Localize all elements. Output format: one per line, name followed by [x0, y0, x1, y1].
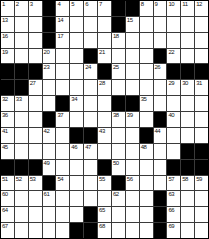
cell-r8c1[interactable]: 36 [1, 112, 14, 127]
black-cell-r2c4 [43, 17, 56, 32]
clue-number-30: 30 [182, 80, 188, 87]
cell-r15c3[interactable] [29, 223, 42, 238]
clue-number-43: 43 [99, 128, 105, 135]
cell-r3c15[interactable] [195, 33, 208, 48]
cell-r12c8[interactable]: 55 [98, 176, 111, 191]
cell-r15c10[interactable] [126, 223, 139, 238]
cell-r4c5[interactable] [56, 49, 69, 64]
clue-number-60: 60 [2, 191, 8, 198]
cell-r13c7[interactable] [84, 191, 97, 206]
clue-number-69: 69 [168, 223, 174, 230]
clue-number-22: 22 [168, 49, 174, 56]
clue-number-55: 55 [99, 176, 105, 183]
cell-r10c6[interactable]: 46 [70, 144, 83, 159]
clue-number-33: 33 [16, 96, 22, 103]
cell-r11c7[interactable] [84, 160, 97, 175]
black-cell-r10c14 [181, 144, 194, 159]
cell-r13c15[interactable] [195, 191, 208, 206]
black-cell-r6c1 [1, 80, 14, 95]
black-cell-r14c7 [84, 207, 97, 222]
clue-number-59: 59 [196, 176, 202, 183]
cell-r6c15[interactable]: 31 [195, 80, 208, 95]
cell-r13c11[interactable] [140, 191, 153, 206]
clue-number-14: 14 [57, 17, 63, 24]
cell-r9c15[interactable] [195, 128, 208, 143]
clue-number-54: 54 [57, 176, 63, 183]
cell-r4c4[interactable]: 20 [43, 49, 56, 64]
cell-r14c2[interactable] [15, 207, 28, 222]
cell-r13c6[interactable] [70, 191, 83, 206]
cell-r7c4[interactable] [43, 96, 56, 111]
cell-r6c14[interactable]: 30 [181, 80, 194, 95]
black-cell-r12c4 [43, 176, 56, 191]
clue-number-34: 34 [71, 96, 77, 103]
cell-r2c6[interactable] [70, 17, 83, 32]
cell-r3c3[interactable] [29, 33, 42, 48]
clue-number-35: 35 [141, 96, 147, 103]
black-cell-r8c4 [43, 112, 56, 127]
black-cell-r14c12 [154, 207, 167, 222]
cell-r1c8[interactable]: 7 [98, 1, 111, 16]
cell-r4c14[interactable] [181, 49, 194, 64]
clue-number-40: 40 [168, 112, 174, 119]
black-cell-r7c10 [126, 96, 139, 111]
cell-r9c12[interactable]: 44 [154, 128, 167, 143]
cell-r11c4[interactable]: 49 [43, 160, 56, 175]
cell-r4c8[interactable]: 21 [98, 49, 111, 64]
cell-r11c5[interactable] [56, 160, 69, 175]
cell-r4c2[interactable] [15, 49, 28, 64]
clue-number-63: 63 [168, 191, 174, 198]
black-cell-r1c9 [112, 1, 125, 16]
cell-r12c1[interactable]: 51 [1, 176, 14, 191]
cell-r8c5[interactable]: 37 [56, 112, 69, 127]
cell-r5c4[interactable]: 23 [43, 64, 56, 79]
cell-r4c9[interactable] [112, 49, 125, 64]
cell-r4c6[interactable] [70, 49, 83, 64]
cell-r2c2[interactable] [15, 17, 28, 32]
cell-r3c1[interactable]: 16 [1, 33, 14, 48]
black-cell-r5c3 [29, 64, 42, 79]
clue-number-68: 68 [99, 223, 105, 230]
clue-number-53: 53 [30, 176, 36, 183]
clue-number-7: 7 [99, 1, 102, 8]
cell-r5c10[interactable] [126, 64, 139, 79]
cell-r8c14[interactable] [181, 112, 194, 127]
cell-r1c11[interactable]: 8 [140, 1, 153, 16]
clue-number-67: 67 [2, 223, 8, 230]
clue-number-62: 62 [113, 191, 119, 198]
cell-r6c4[interactable] [43, 80, 56, 95]
black-cell-r11c13 [167, 160, 180, 175]
cell-r1c1[interactable]: 1 [1, 1, 14, 16]
cell-r7c11[interactable]: 35 [140, 96, 153, 111]
cell-r13c13[interactable]: 63 [167, 191, 180, 206]
black-cell-r15c12 [154, 223, 167, 238]
cell-r14c4[interactable] [43, 207, 56, 222]
clue-number-52: 52 [16, 176, 22, 183]
clue-number-51: 51 [2, 176, 8, 183]
cell-r3c8[interactable] [98, 33, 111, 48]
black-cell-r11c1 [1, 160, 14, 175]
black-cell-r2c9 [112, 17, 125, 32]
clue-number-32: 32 [2, 96, 8, 103]
clue-number-18: 18 [113, 33, 119, 40]
black-cell-r8c12 [154, 112, 167, 127]
cell-r6c3[interactable]: 27 [29, 80, 42, 95]
cell-r13c4[interactable]: 61 [43, 191, 56, 206]
cell-r9c1[interactable]: 41 [1, 128, 14, 143]
cell-r1c6[interactable]: 5 [70, 1, 83, 16]
cell-r6c11[interactable] [140, 80, 153, 95]
cell-r4c11[interactable] [140, 49, 153, 64]
cell-r8c3[interactable] [29, 112, 42, 127]
cell-r9c13[interactable] [167, 128, 180, 143]
cell-r3c5[interactable]: 17 [56, 33, 69, 48]
clue-number-24: 24 [85, 64, 91, 71]
cell-r15c4[interactable] [43, 223, 56, 238]
cell-r4c13[interactable]: 22 [167, 49, 180, 64]
black-cell-r3c4 [43, 33, 56, 48]
cell-r5c12[interactable]: 26 [154, 64, 167, 79]
cell-r15c15[interactable] [195, 223, 208, 238]
cell-r6c12[interactable] [154, 80, 167, 95]
clue-number-31: 31 [196, 80, 202, 87]
clue-number-29: 29 [168, 80, 174, 87]
cell-r5c7[interactable]: 24 [84, 64, 97, 79]
clue-number-44: 44 [155, 128, 161, 135]
cell-r9c9[interactable] [112, 128, 125, 143]
cell-r3c10[interactable] [126, 33, 139, 48]
cell-r13c5[interactable] [56, 191, 69, 206]
cell-r15c13[interactable]: 69 [167, 223, 180, 238]
cell-r14c14[interactable] [181, 207, 194, 222]
black-cell-r11c2 [15, 160, 28, 175]
cell-r10c10[interactable] [126, 144, 139, 159]
cell-r10c9[interactable] [112, 144, 125, 159]
clue-number-41: 41 [2, 128, 8, 135]
cell-r3c2[interactable] [15, 33, 28, 48]
cell-r2c3[interactable] [29, 17, 42, 32]
clue-number-13: 13 [2, 17, 8, 24]
cell-r15c14[interactable] [181, 223, 194, 238]
clue-number-37: 37 [57, 112, 63, 119]
clue-number-36: 36 [2, 112, 8, 119]
cell-r10c5[interactable] [56, 144, 69, 159]
cell-r6c5[interactable] [56, 80, 69, 95]
cell-r8c15[interactable] [195, 112, 208, 127]
black-cell-r12c9 [112, 176, 125, 191]
cell-r2c7[interactable] [84, 17, 97, 32]
clue-number-8: 8 [141, 1, 144, 8]
cell-r5c5[interactable] [56, 64, 69, 79]
black-cell-r9c6 [70, 128, 83, 143]
black-cell-r10c15 [195, 144, 208, 159]
black-cell-r5c14 [181, 64, 194, 79]
black-cell-r4c12 [154, 49, 167, 64]
cell-r9c14[interactable] [181, 128, 194, 143]
clue-number-26: 26 [155, 64, 161, 71]
cell-r13c10[interactable] [126, 191, 139, 206]
clue-number-17: 17 [57, 33, 63, 40]
clue-number-23: 23 [44, 64, 50, 71]
cell-r1c12[interactable]: 9 [154, 1, 167, 16]
cell-r12c3[interactable]: 53 [29, 176, 42, 191]
black-cell-r1c10 [126, 1, 139, 16]
cell-r13c9[interactable]: 62 [112, 191, 125, 206]
cell-r10c12[interactable] [154, 144, 167, 159]
cell-r7c12[interactable] [154, 96, 167, 111]
cell-r8c7[interactable] [84, 112, 97, 127]
cell-r2c1[interactable]: 13 [1, 17, 14, 32]
cell-r12c14[interactable]: 58 [181, 176, 194, 191]
cell-r4c15[interactable] [195, 49, 208, 64]
cell-r5c11[interactable] [140, 64, 153, 79]
black-cell-r5c13 [167, 64, 180, 79]
cell-r13c2[interactable] [15, 191, 28, 206]
cell-r11c6[interactable] [70, 160, 83, 175]
cell-r2c13[interactable] [167, 17, 180, 32]
black-cell-r11c15 [195, 160, 208, 175]
cell-r10c13[interactable] [167, 144, 180, 159]
clue-number-27: 27 [30, 80, 36, 87]
cell-r12c2[interactable]: 52 [15, 176, 28, 191]
clue-number-66: 66 [168, 207, 174, 214]
black-cell-r6c2 [15, 80, 28, 95]
clue-number-42: 42 [44, 128, 50, 135]
cell-r3c11[interactable] [140, 33, 153, 48]
cell-r10c4[interactable] [43, 144, 56, 159]
cell-r15c2[interactable] [15, 223, 28, 238]
cell-r10c8[interactable] [98, 144, 111, 159]
cell-r2c11[interactable] [140, 17, 153, 32]
cell-r6c8[interactable]: 28 [98, 80, 111, 95]
cell-r1c13[interactable]: 10 [167, 1, 180, 16]
clue-number-19: 19 [2, 49, 8, 56]
cell-r15c1[interactable]: 67 [1, 223, 14, 238]
cell-r6c10[interactable] [126, 80, 139, 95]
cell-r10c2[interactable] [15, 144, 28, 159]
clue-number-57: 57 [168, 176, 174, 183]
cell-r10c1[interactable]: 45 [1, 144, 14, 159]
clue-number-50: 50 [113, 160, 119, 167]
clue-number-4: 4 [57, 1, 60, 8]
cell-r1c15[interactable]: 12 [195, 1, 208, 16]
black-cell-r9c7 [84, 128, 97, 143]
cell-r11c9[interactable]: 50 [112, 160, 125, 175]
clue-number-1: 1 [2, 1, 5, 8]
cell-r8c11[interactable] [140, 112, 153, 127]
cell-r9c8[interactable]: 43 [98, 128, 111, 143]
cell-r1c2[interactable]: 2 [15, 1, 28, 16]
cell-r7c14[interactable] [181, 96, 194, 111]
cell-r8c8[interactable] [98, 112, 111, 127]
cell-r9c2[interactable] [15, 128, 28, 143]
cell-r10c3[interactable] [29, 144, 42, 159]
cell-r1c5[interactable]: 4 [56, 1, 69, 16]
cell-r13c3[interactable] [29, 191, 42, 206]
cell-r14c13[interactable]: 66 [167, 207, 180, 222]
clue-number-15: 15 [127, 17, 133, 24]
cell-r3c9[interactable]: 18 [112, 33, 125, 48]
cell-r12c12[interactable] [154, 176, 167, 191]
cell-r2c14[interactable] [181, 17, 194, 32]
black-cell-r5c8 [98, 64, 111, 79]
black-cell-r7c9 [112, 96, 125, 111]
cell-r7c2[interactable]: 33 [15, 96, 28, 111]
cell-r13c14[interactable] [181, 191, 194, 206]
clue-number-11: 11 [182, 1, 187, 8]
cell-r14c1[interactable]: 64 [1, 207, 14, 222]
cell-r12c10[interactable]: 56 [126, 176, 139, 191]
cell-r12c13[interactable]: 57 [167, 176, 180, 191]
cell-r11c12[interactable] [154, 160, 167, 175]
cell-r15c11[interactable] [140, 223, 153, 238]
black-cell-r1c4 [43, 1, 56, 16]
cell-r7c7[interactable] [84, 96, 97, 111]
clue-number-3: 3 [30, 1, 33, 8]
cell-r14c5[interactable] [56, 207, 69, 222]
black-cell-r11c8 [98, 160, 111, 175]
cell-r3c14[interactable] [181, 33, 194, 48]
cell-r5c6[interactable] [70, 64, 83, 79]
cell-r8c2[interactable] [15, 112, 28, 127]
clue-number-65: 65 [99, 207, 105, 214]
cell-r1c14[interactable]: 11 [181, 1, 194, 16]
cell-r2c8[interactable] [98, 17, 111, 32]
cell-r13c8[interactable] [98, 191, 111, 206]
clue-number-9: 9 [155, 1, 158, 8]
cell-r6c7[interactable] [84, 80, 97, 95]
cell-r15c8[interactable]: 68 [98, 223, 111, 238]
cell-r15c5[interactable] [56, 223, 69, 238]
cell-r14c6[interactable] [70, 207, 83, 222]
cell-r12c7[interactable] [84, 176, 97, 191]
cell-r10c7[interactable]: 47 [84, 144, 97, 159]
black-cell-r11c14 [181, 160, 194, 175]
cell-r5c9[interactable]: 25 [112, 64, 125, 79]
cell-r1c3[interactable]: 3 [29, 1, 42, 16]
black-cell-r13c12 [154, 191, 167, 206]
cell-r11c10[interactable] [126, 160, 139, 175]
cell-r4c3[interactable] [29, 49, 42, 64]
cell-r11c11[interactable] [140, 160, 153, 175]
clue-number-58: 58 [182, 176, 188, 183]
black-cell-r11c3 [29, 160, 42, 175]
clue-number-21: 21 [99, 49, 105, 56]
cell-r7c6[interactable]: 34 [70, 96, 83, 111]
clue-number-61: 61 [44, 191, 50, 198]
cell-r7c13[interactable] [167, 96, 180, 111]
cell-r10c11[interactable]: 48 [140, 144, 153, 159]
black-cell-r7c5 [56, 96, 69, 111]
crossword-puzzle: 1234567891011121314151617181920212223242… [0, 0, 209, 239]
clue-number-5: 5 [71, 1, 74, 8]
black-cell-r9c11 [140, 128, 153, 143]
cell-r4c1[interactable]: 19 [1, 49, 14, 64]
black-cell-r4c7 [84, 49, 97, 64]
clue-number-64: 64 [2, 207, 8, 214]
cell-r1c7[interactable]: 6 [84, 1, 97, 16]
clue-number-6: 6 [85, 1, 88, 8]
clue-number-10: 10 [168, 1, 174, 8]
cell-r12c15[interactable]: 59 [195, 176, 208, 191]
cell-r9c4[interactable]: 42 [43, 128, 56, 143]
clue-number-48: 48 [141, 144, 147, 151]
black-cell-r5c2 [15, 64, 28, 79]
cell-r7c3[interactable] [29, 96, 42, 111]
cell-r7c1[interactable]: 32 [1, 96, 14, 111]
clue-number-12: 12 [196, 1, 202, 8]
black-cell-r15c6 [70, 223, 83, 238]
cell-r15c9[interactable] [112, 223, 125, 238]
cell-r14c8[interactable]: 65 [98, 207, 111, 222]
clue-number-47: 47 [85, 144, 91, 151]
cell-r14c9[interactable] [112, 207, 125, 222]
cell-r13c1[interactable]: 60 [1, 191, 14, 206]
cell-r3c7[interactable] [84, 33, 97, 48]
cell-r2c15[interactable] [195, 17, 208, 32]
black-cell-r5c15 [195, 64, 208, 79]
cell-r14c10[interactable] [126, 207, 139, 222]
clue-number-56: 56 [127, 176, 133, 183]
crossword-board: 1234567891011121314151617181920212223242… [0, 0, 209, 239]
cell-r8c9[interactable]: 38 [112, 112, 125, 127]
cell-r9c10[interactable] [126, 128, 139, 143]
cell-r14c11[interactable] [140, 207, 153, 222]
cell-r6c6[interactable] [70, 80, 83, 95]
cell-r9c5[interactable] [56, 128, 69, 143]
cell-r8c10[interactable]: 39 [126, 112, 139, 127]
cell-r9c3[interactable] [29, 128, 42, 143]
cell-r4c10[interactable] [126, 49, 139, 64]
clue-number-46: 46 [71, 144, 77, 151]
clue-number-39: 39 [127, 112, 133, 119]
clue-number-2: 2 [16, 1, 19, 8]
cell-r2c10[interactable]: 15 [126, 17, 139, 32]
cell-r3c12[interactable] [154, 33, 167, 48]
cell-r6c9[interactable] [112, 80, 125, 95]
cell-r6c13[interactable]: 29 [167, 80, 180, 95]
cell-r12c5[interactable]: 54 [56, 176, 69, 191]
clue-number-49: 49 [44, 160, 50, 167]
cell-r8c6[interactable] [70, 112, 83, 127]
black-cell-r5c1 [1, 64, 14, 79]
clue-number-16: 16 [2, 33, 8, 40]
cell-r12c6[interactable] [70, 176, 83, 191]
cell-r7c8[interactable] [98, 96, 111, 111]
cell-r7c15[interactable] [195, 96, 208, 111]
cell-r14c15[interactable] [195, 207, 208, 222]
clue-number-38: 38 [113, 112, 119, 119]
clue-number-25: 25 [113, 64, 119, 71]
clue-number-28: 28 [99, 80, 105, 87]
cell-r12c11[interactable] [140, 176, 153, 191]
cell-r2c5[interactable]: 14 [56, 17, 69, 32]
cell-r3c13[interactable] [167, 33, 180, 48]
cell-r3c6[interactable] [70, 33, 83, 48]
cell-r14c3[interactable] [29, 207, 42, 222]
clue-number-45: 45 [2, 144, 8, 151]
cell-r8c13[interactable]: 40 [167, 112, 180, 127]
black-cell-r15c7 [84, 223, 97, 238]
clue-number-20: 20 [44, 49, 50, 56]
cell-r2c12[interactable] [154, 17, 167, 32]
